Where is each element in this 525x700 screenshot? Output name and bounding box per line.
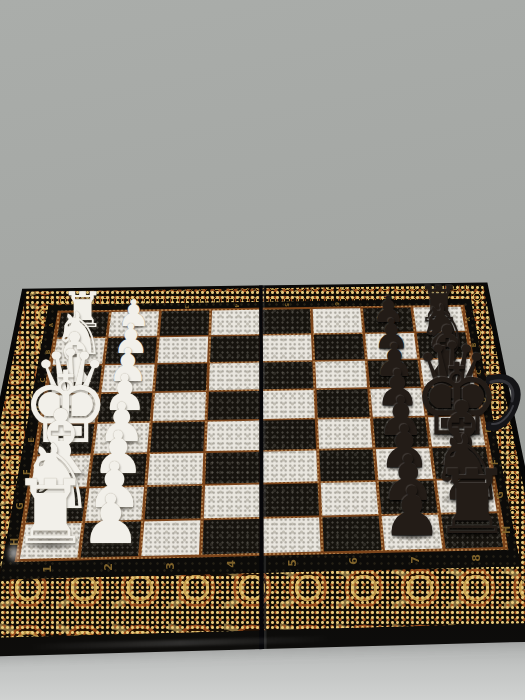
black-rook-glyph: ♜ <box>432 458 512 547</box>
white-rook-glyph: ♜ <box>11 469 91 558</box>
black-pawn-glyph: ♟ <box>382 478 443 546</box>
pieces-layer: ♜♞♝♛♚♝♞♜♟♟♟♟♟♟♟♟♟♟♟♟♟♟♟♟♜♞♝♛♚♝♞♜ <box>0 0 525 700</box>
scene: 1122334455667788AABBCCDDEEFFGGHH ♜♞♝♛♚♝♞… <box>0 0 525 700</box>
